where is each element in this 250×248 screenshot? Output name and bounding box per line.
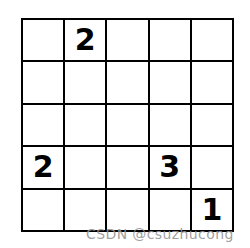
puzzle-page: 2231 CSDN @csuzhucong: [0, 0, 250, 248]
cell-r1c3[interactable]: [107, 20, 147, 60]
cell-r5c3[interactable]: [107, 190, 147, 230]
cell-r4c5[interactable]: [192, 147, 232, 187]
puzzle-board: 2231: [21, 18, 234, 232]
cell-r3c1[interactable]: [23, 105, 63, 145]
cell-r5c1[interactable]: [23, 190, 63, 230]
cell-r2c2[interactable]: [65, 62, 105, 102]
cell-r4c2[interactable]: [65, 147, 105, 187]
cell-r4c1[interactable]: 2: [23, 147, 63, 187]
cell-r1c5[interactable]: [192, 20, 232, 60]
cell-r3c3[interactable]: [107, 105, 147, 145]
cell-r5c2[interactable]: [65, 190, 105, 230]
cell-r3c2[interactable]: [65, 105, 105, 145]
cell-r2c3[interactable]: [107, 62, 147, 102]
cell-r3c5[interactable]: [192, 105, 232, 145]
cell-r2c5[interactable]: [192, 62, 232, 102]
cell-r1c1[interactable]: [23, 20, 63, 60]
cell-r5c5[interactable]: 1: [192, 190, 232, 230]
cell-r4c3[interactable]: [107, 147, 147, 187]
cell-r1c2[interactable]: 2: [65, 20, 105, 60]
cell-r4c4[interactable]: 3: [150, 147, 190, 187]
cell-r1c4[interactable]: [150, 20, 190, 60]
cell-r5c4[interactable]: [150, 190, 190, 230]
cell-r3c4[interactable]: [150, 105, 190, 145]
cell-r2c4[interactable]: [150, 62, 190, 102]
cell-r2c1[interactable]: [23, 62, 63, 102]
